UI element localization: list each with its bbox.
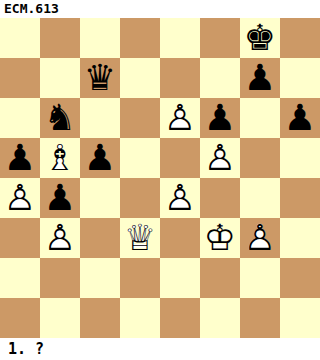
square-b4[interactable]: ♟ — [40, 178, 80, 218]
square-e3[interactable] — [160, 218, 200, 258]
white-pawn-fill: ♟ — [200, 138, 240, 178]
white-pawn: ♙ — [40, 218, 80, 258]
square-g5[interactable] — [240, 138, 280, 178]
header: ECM.613 — [0, 0, 320, 18]
square-f8[interactable] — [200, 18, 240, 58]
white-pawn-fill: ♟ — [40, 218, 80, 258]
black-queen: ♛ — [80, 58, 120, 98]
square-f2[interactable] — [200, 258, 240, 298]
black-pawn: ♟ — [0, 138, 40, 178]
white-king-fill: ♚ — [200, 218, 240, 258]
square-a5[interactable]: ♟ — [0, 138, 40, 178]
black-pawn: ♟ — [240, 58, 280, 98]
white-bishop-fill: ♝ — [40, 138, 80, 178]
square-b7[interactable] — [40, 58, 80, 98]
black-pawn: ♟ — [200, 98, 240, 138]
square-f1[interactable] — [200, 298, 240, 338]
square-a1[interactable] — [0, 298, 40, 338]
white-pawn: ♙ — [160, 98, 200, 138]
square-h5[interactable] — [280, 138, 320, 178]
square-a6[interactable] — [0, 98, 40, 138]
black-knight: ♞ — [40, 98, 80, 138]
white-pawn: ♙ — [160, 178, 200, 218]
square-a2[interactable] — [0, 258, 40, 298]
white-pawn: ♙ — [0, 178, 40, 218]
square-f6[interactable]: ♟ — [200, 98, 240, 138]
square-e4[interactable]: ♟♙ — [160, 178, 200, 218]
black-pawn: ♟ — [80, 138, 120, 178]
square-c8[interactable] — [80, 18, 120, 58]
square-f3[interactable]: ♚♔ — [200, 218, 240, 258]
square-c7[interactable]: ♛ — [80, 58, 120, 98]
black-king: ♚ — [240, 18, 280, 58]
black-pawn: ♟ — [280, 98, 320, 138]
square-d6[interactable] — [120, 98, 160, 138]
white-pawn-fill: ♟ — [0, 178, 40, 218]
square-d1[interactable] — [120, 298, 160, 338]
square-d2[interactable] — [120, 258, 160, 298]
square-a8[interactable] — [0, 18, 40, 58]
square-d8[interactable] — [120, 18, 160, 58]
square-c5[interactable]: ♟ — [80, 138, 120, 178]
square-f4[interactable] — [200, 178, 240, 218]
footer: 1. ? — [0, 338, 320, 360]
square-h6[interactable]: ♟ — [280, 98, 320, 138]
square-b5[interactable]: ♝♗ — [40, 138, 80, 178]
square-e6[interactable]: ♟♙ — [160, 98, 200, 138]
square-a4[interactable]: ♟♙ — [0, 178, 40, 218]
square-e1[interactable] — [160, 298, 200, 338]
white-pawn: ♙ — [200, 138, 240, 178]
white-pawn-fill: ♟ — [160, 178, 200, 218]
white-queen-fill: ♛ — [120, 218, 160, 258]
square-b3[interactable]: ♟♙ — [40, 218, 80, 258]
square-g2[interactable] — [240, 258, 280, 298]
square-h7[interactable] — [280, 58, 320, 98]
square-e5[interactable] — [160, 138, 200, 178]
square-g1[interactable] — [240, 298, 280, 338]
square-h4[interactable] — [280, 178, 320, 218]
square-a3[interactable] — [0, 218, 40, 258]
white-pawn: ♙ — [240, 218, 280, 258]
square-d5[interactable] — [120, 138, 160, 178]
square-c4[interactable] — [80, 178, 120, 218]
square-g4[interactable] — [240, 178, 280, 218]
square-h3[interactable] — [280, 218, 320, 258]
square-b8[interactable] — [40, 18, 80, 58]
square-c3[interactable] — [80, 218, 120, 258]
white-king: ♔ — [200, 218, 240, 258]
square-c6[interactable] — [80, 98, 120, 138]
white-queen: ♕ — [120, 218, 160, 258]
square-h8[interactable] — [280, 18, 320, 58]
square-d7[interactable] — [120, 58, 160, 98]
square-g6[interactable] — [240, 98, 280, 138]
square-h1[interactable] — [280, 298, 320, 338]
move-prompt-label: 1. ? — [0, 338, 44, 360]
square-c1[interactable] — [80, 298, 120, 338]
square-e7[interactable] — [160, 58, 200, 98]
black-pawn: ♟ — [40, 178, 80, 218]
square-d3[interactable]: ♛♕ — [120, 218, 160, 258]
square-b1[interactable] — [40, 298, 80, 338]
square-b6[interactable]: ♞ — [40, 98, 80, 138]
square-g3[interactable]: ♟♙ — [240, 218, 280, 258]
square-b2[interactable] — [40, 258, 80, 298]
square-a7[interactable] — [0, 58, 40, 98]
square-g7[interactable]: ♟ — [240, 58, 280, 98]
puzzle-id-label: ECM.613 — [0, 0, 59, 18]
square-h2[interactable] — [280, 258, 320, 298]
chess-board: ♚♛♟♞♟♙♟♟♟♝♗♟♟♙♟♙♟♟♙♟♙♛♕♚♔♟♙ — [0, 18, 320, 338]
square-e2[interactable] — [160, 258, 200, 298]
square-g8[interactable]: ♚ — [240, 18, 280, 58]
square-f5[interactable]: ♟♙ — [200, 138, 240, 178]
square-c2[interactable] — [80, 258, 120, 298]
white-pawn-fill: ♟ — [160, 98, 200, 138]
white-bishop: ♗ — [40, 138, 80, 178]
square-d4[interactable] — [120, 178, 160, 218]
square-e8[interactable] — [160, 18, 200, 58]
square-f7[interactable] — [200, 58, 240, 98]
white-pawn-fill: ♟ — [240, 218, 280, 258]
